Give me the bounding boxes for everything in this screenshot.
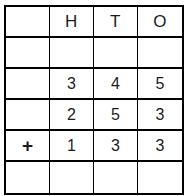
digit-cell-r3c3: 4 — [94, 69, 138, 100]
empty-cell-r6c4 — [138, 162, 182, 193]
digit-cell-r4c3: 5 — [94, 100, 138, 131]
empty-cell-r2c3 — [94, 38, 138, 69]
empty-cell-r6c1 — [6, 162, 50, 193]
place-value-grid: HTO345253+133 — [4, 5, 184, 195]
plus-operator-cell: + — [6, 131, 50, 162]
digit-cell-r4c4: 3 — [138, 100, 182, 131]
empty-cell-r3c1 — [6, 69, 50, 100]
empty-cell-r2c2 — [50, 38, 94, 69]
empty-cell-r6c2 — [50, 162, 94, 193]
empty-cell-r2c4 — [138, 38, 182, 69]
empty-cell-r1c1 — [6, 7, 50, 38]
digit-cell-r5c3: 3 — [94, 131, 138, 162]
digit-cell-r5c2: 1 — [50, 131, 94, 162]
empty-cell-r6c3 — [94, 162, 138, 193]
header-cell-O: O — [138, 7, 182, 38]
empty-cell-r2c1 — [6, 38, 50, 69]
digit-cell-r3c4: 5 — [138, 69, 182, 100]
digit-cell-r5c4: 3 — [138, 131, 182, 162]
digit-cell-r3c2: 3 — [50, 69, 94, 100]
digit-cell-r4c2: 2 — [50, 100, 94, 131]
place-value-addition-board: HTO345253+133 — [4, 5, 184, 195]
empty-cell-r4c1 — [6, 100, 50, 131]
header-cell-H: H — [50, 7, 94, 38]
header-cell-T: T — [94, 7, 138, 38]
